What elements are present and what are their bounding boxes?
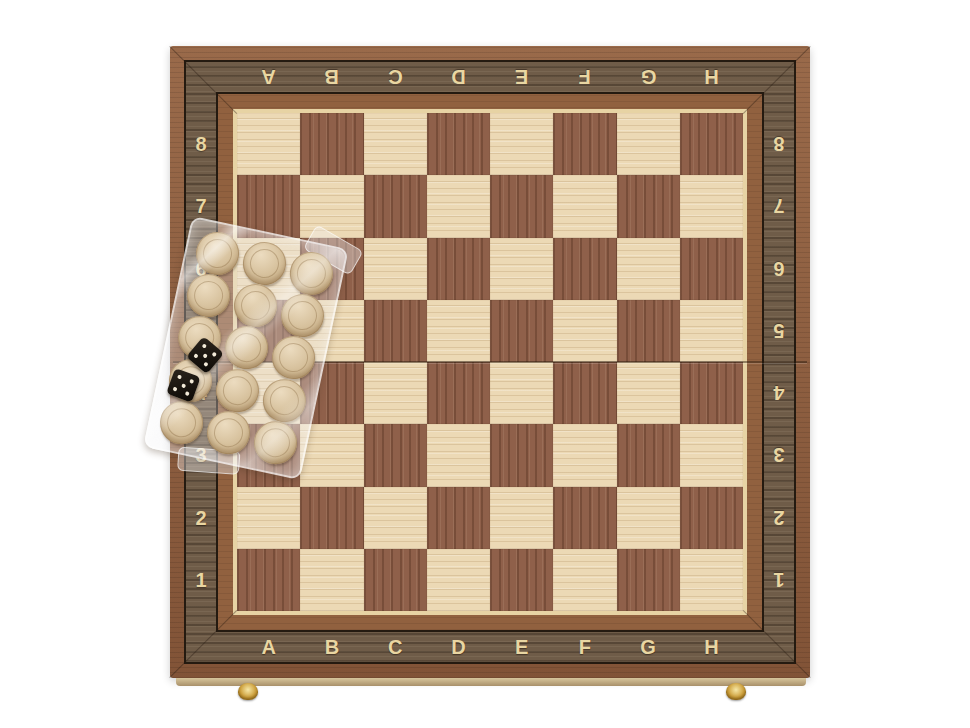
file-label-bottom-b: B [300, 632, 363, 662]
square-f8 [553, 113, 616, 175]
square-c2 [364, 487, 427, 549]
rank-label-right-3: 3 [764, 424, 794, 486]
square-c1 [364, 549, 427, 611]
square-h6 [680, 238, 743, 300]
checker-piece [258, 375, 309, 426]
square-e5 [490, 300, 553, 362]
square-e6 [490, 238, 553, 300]
checker-piece [212, 365, 263, 416]
checker-piece [183, 270, 234, 321]
die-pip [189, 379, 194, 384]
square-c4 [364, 362, 427, 424]
square-h7 [680, 175, 743, 237]
die-pip [201, 343, 207, 349]
square-f7 [553, 175, 616, 237]
brass-clasp-left [238, 683, 258, 700]
file-label-top-c: C [364, 62, 427, 92]
checker-piece [238, 238, 289, 289]
square-b2 [300, 487, 363, 549]
square-h2 [680, 487, 743, 549]
file-label-top-b: B [300, 62, 363, 92]
square-c5 [364, 300, 427, 362]
square-e2 [490, 487, 553, 549]
photo-background: ABCDEFGH ABCDEFGH 87654321 87654321 [0, 0, 970, 728]
checker-piece [221, 322, 272, 373]
square-e3 [490, 424, 553, 486]
checker-piece [285, 248, 336, 299]
square-b7 [300, 175, 363, 237]
square-c8 [364, 113, 427, 175]
square-e1 [490, 549, 553, 611]
file-label-top-f: F [553, 62, 616, 92]
brass-clasp-right [726, 683, 746, 700]
square-c7 [364, 175, 427, 237]
rank-label-left-8: 8 [186, 113, 216, 175]
checker-piece [229, 280, 280, 331]
file-label-bottom-e: E [490, 632, 553, 662]
square-h5 [680, 300, 743, 362]
rank-label-right-7: 7 [764, 175, 794, 237]
die-pip [172, 387, 177, 392]
rank-label-left-2: 2 [186, 487, 216, 549]
file-label-top-h: H [680, 62, 743, 92]
file-labels-top: ABCDEFGH [237, 62, 743, 92]
square-e4 [490, 362, 553, 424]
square-d8 [427, 113, 490, 175]
square-d2 [427, 487, 490, 549]
square-h8 [680, 113, 743, 175]
square-a8 [237, 113, 300, 175]
square-b1 [300, 549, 363, 611]
square-d4 [427, 362, 490, 424]
square-e8 [490, 113, 553, 175]
checker-piece [267, 332, 318, 383]
checker-piece [203, 407, 254, 458]
die-pip [185, 391, 190, 396]
square-d1 [427, 549, 490, 611]
die-pip [203, 362, 209, 368]
square-d7 [427, 175, 490, 237]
square-f3 [553, 424, 616, 486]
square-d6 [427, 238, 490, 300]
square-h1 [680, 549, 743, 611]
rank-label-right-8: 8 [764, 113, 794, 175]
file-label-top-d: D [427, 62, 490, 92]
die-pip [202, 352, 208, 358]
die-pip [212, 352, 218, 358]
file-labels-bottom: ABCDEFGH [237, 632, 743, 662]
square-g4 [617, 362, 680, 424]
die-pip [177, 374, 182, 379]
checker-piece [276, 290, 327, 341]
square-b8 [300, 113, 363, 175]
die-pip [193, 353, 199, 359]
square-f6 [553, 238, 616, 300]
square-g8 [617, 113, 680, 175]
file-label-top-e: E [490, 62, 553, 92]
square-d3 [427, 424, 490, 486]
square-g1 [617, 549, 680, 611]
square-g3 [617, 424, 680, 486]
file-label-bottom-a: A [237, 632, 300, 662]
checker-piece [192, 228, 243, 279]
die-pip [181, 383, 186, 388]
square-g7 [617, 175, 680, 237]
square-g2 [617, 487, 680, 549]
rank-label-left-1: 1 [186, 549, 216, 611]
square-f5 [553, 300, 616, 362]
file-label-bottom-g: G [617, 632, 680, 662]
rank-label-right-1: 1 [764, 549, 794, 611]
file-label-top-g: G [617, 62, 680, 92]
square-c3 [364, 424, 427, 486]
square-f4 [553, 362, 616, 424]
square-h4 [680, 362, 743, 424]
square-h3 [680, 424, 743, 486]
file-label-bottom-f: F [553, 632, 616, 662]
square-a1 [237, 549, 300, 611]
checker-piece [156, 397, 207, 448]
file-label-bottom-h: H [680, 632, 743, 662]
rank-label-right-6: 6 [764, 238, 794, 300]
rank-label-right-2: 2 [764, 487, 794, 549]
square-a2 [237, 487, 300, 549]
square-g5 [617, 300, 680, 362]
square-f1 [553, 549, 616, 611]
file-label-top-a: A [237, 62, 300, 92]
square-f2 [553, 487, 616, 549]
file-label-bottom-c: C [364, 632, 427, 662]
square-b3 [300, 424, 363, 486]
square-g6 [617, 238, 680, 300]
file-label-bottom-d: D [427, 632, 490, 662]
rank-label-right-4: 4 [764, 362, 794, 424]
board-bottom-edge [176, 678, 806, 686]
square-e7 [490, 175, 553, 237]
rank-label-right-5: 5 [764, 300, 794, 362]
checker-piece [249, 417, 300, 468]
square-c6 [364, 238, 427, 300]
square-d5 [427, 300, 490, 362]
